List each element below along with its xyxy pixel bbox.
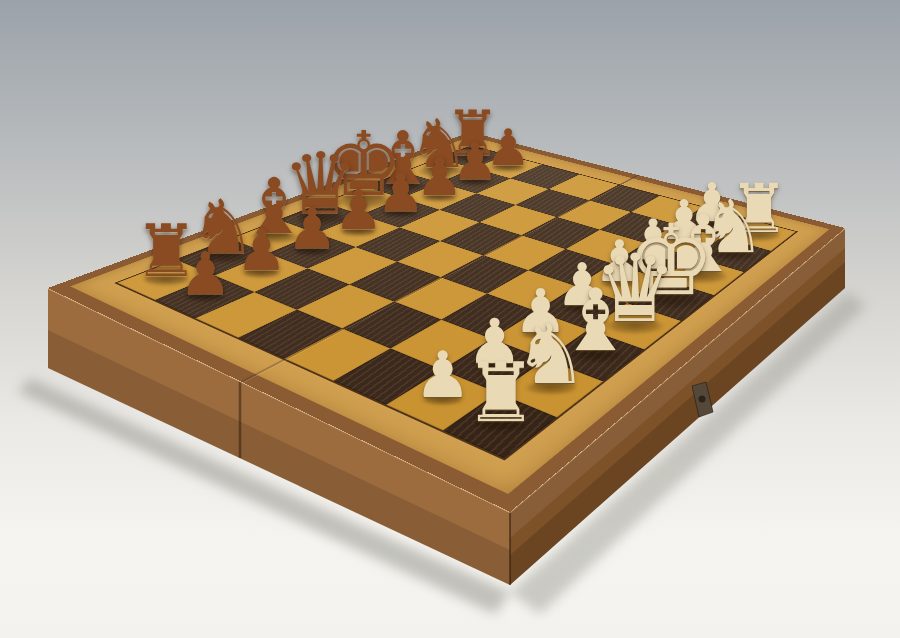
photo-backdrop: ♜♞♝♛♚♝♞♜♟♟♟♟♟♟♟♟♟♟♟♟♟♟♟♟♜♞♝♛♚♝♞♜ xyxy=(0,0,900,638)
clasp-keyhole xyxy=(699,396,706,403)
